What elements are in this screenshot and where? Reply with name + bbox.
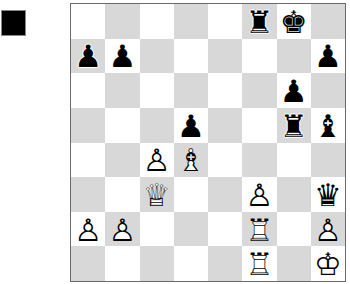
piece-black-pawn-a7[interactable]: ♟ (71, 39, 105, 74)
black-pawn-icon: ♟ (277, 73, 311, 108)
black-queen-icon: ♛ (311, 177, 345, 212)
piece-white-pawn-h2[interactable]: ♟♙ (311, 212, 345, 247)
white-pawn-icon: ♙ (311, 212, 345, 247)
square-c3[interactable]: ♛♕ (140, 177, 174, 212)
piece-white-rook-f2[interactable]: ♜♖ (242, 212, 276, 247)
square-e3[interactable] (208, 177, 242, 212)
square-c7[interactable] (140, 39, 174, 74)
square-f1[interactable]: ♜♖ (242, 246, 276, 281)
square-b1[interactable] (105, 246, 139, 281)
square-f2[interactable]: ♜♖ (242, 212, 276, 247)
square-d2[interactable] (174, 212, 208, 247)
square-c1[interactable] (140, 246, 174, 281)
square-h2[interactable]: ♟♙ (311, 212, 345, 247)
black-rook-icon: ♜ (277, 108, 311, 143)
square-a7[interactable]: ♟ (71, 39, 105, 74)
square-e1[interactable] (208, 246, 242, 281)
square-e8[interactable] (208, 4, 242, 39)
square-f4[interactable] (242, 143, 276, 178)
square-g7[interactable] (277, 39, 311, 74)
square-f5[interactable] (242, 108, 276, 143)
piece-black-queen-h3[interactable]: ♛ (311, 177, 345, 212)
square-g6[interactable]: ♟ (277, 73, 311, 108)
piece-black-rook-g5[interactable]: ♜ (277, 108, 311, 143)
square-b7[interactable]: ♟ (105, 39, 139, 74)
black-pawn-icon: ♟ (105, 39, 139, 74)
square-h3[interactable]: ♛ (311, 177, 345, 212)
piece-white-pawn-b2[interactable]: ♟♙ (105, 212, 139, 247)
white-king-icon: ♔ (311, 246, 345, 281)
square-a5[interactable] (71, 108, 105, 143)
square-e5[interactable] (208, 108, 242, 143)
square-g3[interactable] (277, 177, 311, 212)
square-a2[interactable]: ♟♙ (71, 212, 105, 247)
square-a3[interactable] (71, 177, 105, 212)
piece-black-pawn-g6[interactable]: ♟ (277, 73, 311, 108)
square-a8[interactable] (71, 4, 105, 39)
square-g2[interactable] (277, 212, 311, 247)
white-pawn-icon: ♙ (242, 177, 276, 212)
square-d7[interactable] (174, 39, 208, 74)
square-b6[interactable] (105, 73, 139, 108)
white-bishop-icon: ♗ (174, 143, 208, 178)
square-f6[interactable] (242, 73, 276, 108)
piece-white-king-h1[interactable]: ♚♔ (311, 246, 345, 281)
piece-white-pawn-a2[interactable]: ♟♙ (71, 212, 105, 247)
square-h1[interactable]: ♚♔ (311, 246, 345, 281)
piece-white-rook-f1[interactable]: ♜♖ (242, 246, 276, 281)
square-b8[interactable] (105, 4, 139, 39)
square-b2[interactable]: ♟♙ (105, 212, 139, 247)
square-c4[interactable]: ♟♙ (140, 143, 174, 178)
square-c5[interactable] (140, 108, 174, 143)
square-g1[interactable] (277, 246, 311, 281)
square-d8[interactable] (174, 4, 208, 39)
square-h4[interactable] (311, 143, 345, 178)
piece-black-pawn-h7[interactable]: ♟ (311, 39, 345, 74)
piece-white-pawn-c4[interactable]: ♟♙ (140, 143, 174, 178)
square-h8[interactable] (311, 4, 345, 39)
square-f8[interactable]: ♜ (242, 4, 276, 39)
piece-white-bishop-d4[interactable]: ♝♗ (174, 143, 208, 178)
piece-white-queen-c3[interactable]: ♛♕ (140, 177, 174, 212)
square-e4[interactable] (208, 143, 242, 178)
square-b5[interactable] (105, 108, 139, 143)
black-pawn-icon: ♟ (174, 108, 208, 143)
piece-black-pawn-d5[interactable]: ♟ (174, 108, 208, 143)
square-d5[interactable]: ♟ (174, 108, 208, 143)
square-g4[interactable] (277, 143, 311, 178)
square-a4[interactable] (71, 143, 105, 178)
square-d6[interactable] (174, 73, 208, 108)
black-bishop-icon: ♝ (311, 108, 345, 143)
square-f3[interactable]: ♟♙ (242, 177, 276, 212)
square-d3[interactable] (174, 177, 208, 212)
square-b4[interactable] (105, 143, 139, 178)
square-c6[interactable] (140, 73, 174, 108)
square-h6[interactable] (311, 73, 345, 108)
white-pawn-icon: ♙ (140, 143, 174, 178)
chess-diagram-screen: ♜♚♟♟♟♟♟♜♝♟♙♝♗♛♕♟♙♛♟♙♟♙♜♖♟♙♜♖♚♔ (0, 0, 350, 284)
black-rook-icon: ♜ (242, 4, 276, 39)
square-a6[interactable] (71, 73, 105, 108)
white-queen-icon: ♕ (140, 177, 174, 212)
piece-black-bishop-h5[interactable]: ♝ (311, 108, 345, 143)
square-d4[interactable]: ♝♗ (174, 143, 208, 178)
square-e2[interactable] (208, 212, 242, 247)
white-rook-icon: ♖ (242, 246, 276, 281)
black-king-icon: ♚ (277, 4, 311, 39)
black-pawn-icon: ♟ (71, 39, 105, 74)
chess-board: ♜♚♟♟♟♟♟♜♝♟♙♝♗♛♕♟♙♛♟♙♟♙♜♖♟♙♜♖♚♔ (70, 3, 346, 282)
white-rook-icon: ♖ (242, 212, 276, 247)
white-pawn-icon: ♙ (105, 212, 139, 247)
square-b3[interactable] (105, 177, 139, 212)
square-h5[interactable]: ♝ (311, 108, 345, 143)
square-e6[interactable] (208, 73, 242, 108)
piece-black-king-g8[interactable]: ♚ (277, 4, 311, 39)
square-c8[interactable] (140, 4, 174, 39)
piece-black-rook-f8[interactable]: ♜ (242, 4, 276, 39)
square-f7[interactable] (242, 39, 276, 74)
square-d1[interactable] (174, 246, 208, 281)
side-to-move-indicator (1, 10, 26, 36)
square-e7[interactable] (208, 39, 242, 74)
square-g8[interactable]: ♚ (277, 4, 311, 39)
black-pawn-icon: ♟ (311, 39, 345, 74)
white-pawn-icon: ♙ (71, 212, 105, 247)
square-g5[interactable]: ♜ (277, 108, 311, 143)
square-h7[interactable]: ♟ (311, 39, 345, 74)
square-c2[interactable] (140, 212, 174, 247)
piece-black-pawn-b7[interactable]: ♟ (105, 39, 139, 74)
square-a1[interactable] (71, 246, 105, 281)
piece-white-pawn-f3[interactable]: ♟♙ (242, 177, 276, 212)
